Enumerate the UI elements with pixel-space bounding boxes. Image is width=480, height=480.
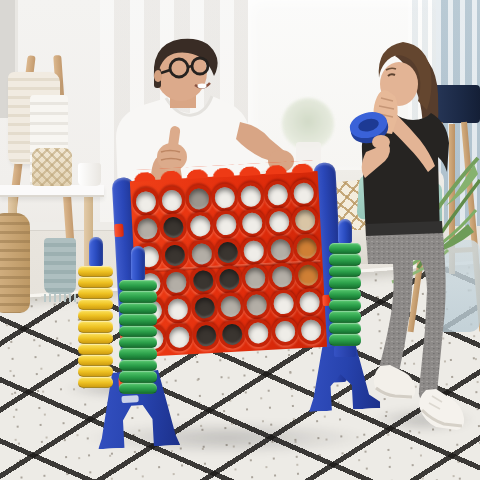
woman-sneaker-front bbox=[374, 365, 415, 399]
woman-hand-on-disc bbox=[372, 135, 390, 149]
woman-figure bbox=[0, 0, 480, 480]
living-room-scene: Two players stand beside an empty jumbo … bbox=[0, 0, 480, 480]
